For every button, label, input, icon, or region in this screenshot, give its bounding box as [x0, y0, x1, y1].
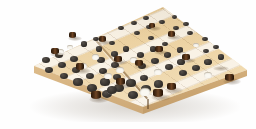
peg-top — [0, 0, 8, 3]
peg-collar — [91, 91, 101, 99]
peg-shaft — [149, 5, 154, 24]
peg-shaft — [167, 66, 174, 84]
peg-shaft — [99, 22, 105, 37]
black-spot — [118, 26, 124, 31]
black-spot — [134, 31, 140, 36]
black-spot — [100, 78, 109, 85]
peg-collar — [153, 89, 163, 97]
black-spot — [128, 91, 138, 99]
black-spot — [159, 20, 164, 24]
peg-hole — [204, 72, 212, 78]
product-photo-scene — [0, 0, 256, 129]
peg-shaft — [92, 69, 100, 92]
black-spot — [58, 62, 66, 68]
black-spot — [204, 59, 211, 65]
black-spot — [202, 37, 208, 42]
black-spot — [123, 46, 130, 51]
game-peg[interactable] — [0, 0, 8, 3]
peg-shaft — [77, 49, 84, 64]
peg-shaft — [69, 15, 75, 33]
black-spot — [179, 70, 187, 76]
peg-shaft — [215, 45, 222, 68]
peg-collar — [225, 74, 234, 81]
peg-hole — [92, 54, 99, 59]
die-pip — [0, 9, 2, 11]
black-spot — [143, 16, 148, 20]
peg-collar — [116, 78, 125, 85]
peg-shaft — [156, 28, 162, 47]
peg-collar — [167, 83, 176, 90]
black-spot — [131, 21, 137, 25]
peg-shaft — [225, 53, 232, 75]
black-spot — [151, 58, 158, 64]
black-spot — [96, 46, 103, 51]
peg-shaft — [168, 13, 174, 32]
black-spot — [187, 31, 193, 35]
peg-hole — [140, 88, 149, 95]
peg-shaft — [136, 52, 143, 61]
black-spot — [173, 26, 178, 30]
black-spot — [183, 22, 188, 26]
black-spot — [73, 78, 82, 85]
peg-shaft — [154, 67, 162, 90]
peg-collar — [76, 63, 85, 70]
peg-shaft — [116, 62, 123, 79]
fold-seam-edge-notch — [147, 99, 149, 109]
black-spot — [81, 41, 88, 46]
peg-shaft — [115, 41, 121, 57]
peg-shaft — [52, 32, 58, 49]
die-mount — [0, 0, 256, 14]
black-spot — [192, 65, 200, 71]
peg-shaft — [183, 38, 189, 55]
black-spot — [42, 57, 50, 63]
